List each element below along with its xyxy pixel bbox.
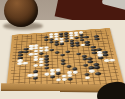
- table-front: [0, 91, 60, 99]
- go-game-photo: [0, 0, 125, 99]
